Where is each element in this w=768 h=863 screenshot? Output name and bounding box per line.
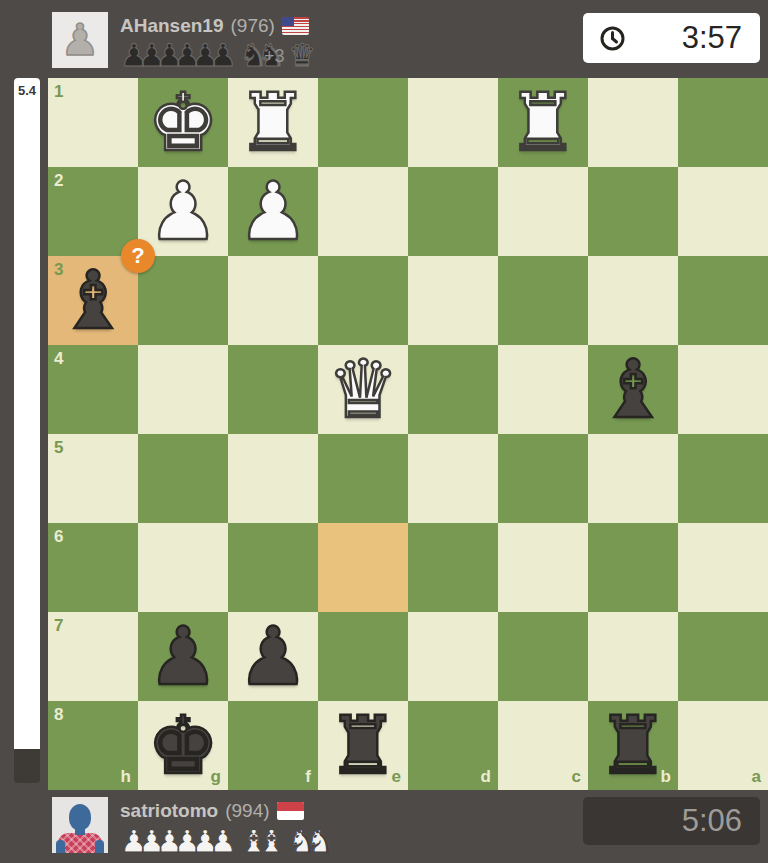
square-a6[interactable] — [678, 523, 768, 612]
square-h6[interactable]: 6 — [48, 523, 138, 612]
square-h4[interactable]: 4 — [48, 345, 138, 434]
square-g1[interactable]: ♚ — [138, 78, 228, 167]
square-e4[interactable]: ♛ — [318, 345, 408, 434]
square-f4[interactable] — [228, 345, 318, 434]
captured-knight-group: ♞♞ — [288, 824, 324, 858]
square-b8[interactable]: b♜ — [588, 701, 678, 790]
black-pawn[interactable]: ♟ — [138, 612, 228, 701]
square-a8[interactable]: a — [678, 701, 768, 790]
mistake-badge: ? — [121, 239, 155, 273]
square-e1[interactable] — [318, 78, 408, 167]
black-bishop[interactable]: ♝ — [588, 345, 678, 434]
square-f6[interactable] — [228, 523, 318, 612]
top-clock-time: 3:57 — [626, 20, 760, 56]
square-d1[interactable] — [408, 78, 498, 167]
square-g7[interactable]: ♟ — [138, 612, 228, 701]
square-e5[interactable] — [318, 434, 408, 523]
white-rook[interactable]: ♜ — [498, 78, 588, 167]
square-d2[interactable] — [408, 167, 498, 256]
eval-bar-white-fill: 5.4 — [14, 78, 40, 749]
square-g8[interactable]: g♚ — [138, 701, 228, 790]
square-g6[interactable] — [138, 523, 228, 612]
square-d4[interactable] — [408, 345, 498, 434]
square-c8[interactable]: c — [498, 701, 588, 790]
black-rook[interactable]: ♜ — [588, 701, 678, 790]
rank-label-8: 8 — [54, 706, 63, 723]
bottom-captured-pieces: ♟♟♟♟♟♟♝♝♞♞ — [120, 824, 337, 858]
square-b7[interactable] — [588, 612, 678, 701]
square-b2[interactable] — [588, 167, 678, 256]
file-label-f: f — [305, 768, 311, 785]
square-f1[interactable]: ♜ — [228, 78, 318, 167]
rank-label-6: 6 — [54, 528, 63, 545]
bottom-player-clock: 5:06 — [583, 797, 760, 845]
evaluation-bar: 5.4 — [14, 78, 40, 783]
square-c4[interactable] — [498, 345, 588, 434]
square-b5[interactable] — [588, 434, 678, 523]
black-king[interactable]: ♚ — [138, 701, 228, 790]
square-g5[interactable] — [138, 434, 228, 523]
square-c7[interactable] — [498, 612, 588, 701]
top-player-clock: 3:57 — [583, 13, 760, 63]
rank-label-1: 1 — [54, 83, 63, 100]
rank-label-2: 2 — [54, 172, 63, 189]
bottom-player-avatar[interactable] — [52, 797, 108, 853]
bottom-player-name[interactable]: satriotomo — [120, 800, 218, 822]
square-h8[interactable]: 8h — [48, 701, 138, 790]
black-bishop[interactable]: ♝ — [48, 256, 138, 345]
square-c3[interactable] — [498, 256, 588, 345]
square-d6[interactable] — [408, 523, 498, 612]
square-h2[interactable]: 2 — [48, 167, 138, 256]
file-label-h: h — [121, 768, 131, 785]
square-f5[interactable] — [228, 434, 318, 523]
square-h5[interactable]: 5 — [48, 434, 138, 523]
square-b1[interactable] — [588, 78, 678, 167]
white-pawn[interactable]: ♟ — [138, 167, 228, 256]
square-a5[interactable] — [678, 434, 768, 523]
file-label-d: d — [481, 768, 491, 785]
indonesia-flag-icon — [277, 802, 304, 820]
square-e8[interactable]: e♜ — [318, 701, 408, 790]
square-b4[interactable]: ♝ — [588, 345, 678, 434]
game-screen: ♟ AHansen19 (976) ♟♟♟♟♟♟♞♞♛ +3 3:57 5.4 … — [0, 0, 768, 863]
square-f8[interactable]: f — [228, 701, 318, 790]
top-captured-pieces: ♟♟♟♟♟♟♞♞♛ — [120, 38, 319, 72]
black-rook[interactable]: ♜ — [318, 701, 408, 790]
rank-label-7: 7 — [54, 617, 63, 634]
square-g4[interactable] — [138, 345, 228, 434]
square-h7[interactable]: 7 — [48, 612, 138, 701]
square-a1[interactable] — [678, 78, 768, 167]
rank-label-5: 5 — [54, 439, 63, 456]
file-label-a: a — [752, 768, 761, 785]
material-advantage: +3 — [264, 46, 285, 67]
square-b3[interactable] — [588, 256, 678, 345]
square-c1[interactable]: ♜ — [498, 78, 588, 167]
top-player-rating: (976) — [231, 15, 275, 37]
square-d5[interactable] — [408, 434, 498, 523]
square-f2[interactable]: ♟ — [228, 167, 318, 256]
white-king[interactable]: ♚ — [138, 78, 228, 167]
captured-bishop-group: ♝♝ — [240, 824, 276, 858]
board: 1♚♜♜2♟♟3♝?4♛♝567♟♟8hg♚fe♜dcb♜a — [48, 78, 768, 790]
square-a3[interactable] — [678, 256, 768, 345]
square-f7[interactable]: ♟ — [228, 612, 318, 701]
square-e7[interactable] — [318, 612, 408, 701]
white-pawn[interactable]: ♟ — [228, 167, 318, 256]
square-h3[interactable]: 3♝? — [48, 256, 138, 345]
white-pawn-avatar-icon: ♟ — [60, 18, 99, 62]
file-label-c: c — [572, 768, 581, 785]
rank-label-4: 4 — [54, 350, 63, 367]
eval-score: 5.4 — [14, 83, 40, 98]
black-pawn[interactable]: ♟ — [228, 612, 318, 701]
square-c2[interactable] — [498, 167, 588, 256]
square-e2[interactable] — [318, 167, 408, 256]
square-c6[interactable] — [498, 523, 588, 612]
square-f3[interactable] — [228, 256, 318, 345]
square-d8[interactable]: d — [408, 701, 498, 790]
captured-pawn-group: ♟♟♟♟♟♟ — [120, 824, 227, 858]
square-a7[interactable] — [678, 612, 768, 701]
square-h1[interactable]: 1 — [48, 78, 138, 167]
clock-icon — [599, 25, 626, 52]
square-d7[interactable] — [408, 612, 498, 701]
square-g3[interactable] — [138, 256, 228, 345]
captured-queen-group: ♛ — [288, 38, 306, 72]
white-queen[interactable]: ♛ — [318, 345, 408, 434]
white-rook[interactable]: ♜ — [228, 78, 318, 167]
top-player-name[interactable]: AHansen19 — [120, 15, 224, 37]
bottom-clock-time: 5:06 — [583, 803, 760, 839]
top-player-avatar[interactable]: ♟ — [52, 12, 108, 68]
captured-pawn-group: ♟♟♟♟♟♟ — [120, 38, 227, 72]
square-c5[interactable] — [498, 434, 588, 523]
square-g2[interactable]: ♟ — [138, 167, 228, 256]
square-a4[interactable] — [678, 345, 768, 434]
square-e3[interactable] — [318, 256, 408, 345]
square-b6[interactable] — [588, 523, 678, 612]
square-d3[interactable] — [408, 256, 498, 345]
square-e6[interactable] — [318, 523, 408, 612]
bottom-player-rating: (994) — [225, 800, 269, 822]
us-flag-icon — [282, 17, 309, 35]
square-a2[interactable] — [678, 167, 768, 256]
